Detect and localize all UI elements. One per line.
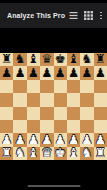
- square-g6[interactable]: [80, 80, 93, 93]
- piece-white-pawn: ♟: [68, 133, 79, 145]
- square-e1[interactable]: ♚: [54, 147, 67, 160]
- square-a3[interactable]: [0, 120, 13, 133]
- app-bar: Analyze This Pro: [0, 3, 107, 28]
- square-c3[interactable]: [27, 120, 40, 133]
- square-f5[interactable]: [67, 93, 80, 106]
- square-b8[interactable]: ♞: [13, 53, 26, 66]
- square-b6[interactable]: [13, 80, 26, 93]
- square-g4[interactable]: [80, 107, 93, 120]
- square-e7[interactable]: ♟: [54, 66, 67, 79]
- square-a1[interactable]: ♜: [0, 147, 13, 160]
- square-c5[interactable]: [27, 93, 40, 106]
- square-b7[interactable]: ♟: [13, 66, 26, 79]
- piece-black-rook: ♜: [1, 53, 12, 65]
- square-d6[interactable]: [40, 80, 53, 93]
- square-f8[interactable]: ♝: [67, 53, 80, 66]
- piece-white-bishop: ♝: [68, 147, 79, 159]
- piece-white-knight: ♞: [14, 147, 25, 159]
- piece-black-king: ♚: [55, 53, 66, 65]
- square-b1[interactable]: ♞: [13, 147, 26, 160]
- piece-black-queen: ♛: [41, 53, 52, 65]
- piece-black-knight: ♞: [81, 53, 92, 65]
- page-title: Analyze This Pro: [0, 12, 69, 19]
- piece-white-pawn: ♟: [1, 133, 12, 145]
- square-d7[interactable]: ♟: [40, 66, 53, 79]
- square-b2[interactable]: ♟: [13, 133, 26, 146]
- chess-board[interactable]: ♜♞♝♛♚♝♞♜♟♟♟♟♟♟♟♟♟♟♟♟♟♟♟♟♜♞♝♛♚♝♞♜: [0, 53, 107, 160]
- piece-black-bishop: ♝: [28, 53, 39, 65]
- piece-white-knight: ♞: [81, 147, 92, 159]
- square-f6[interactable]: [67, 80, 80, 93]
- piece-white-rook: ♜: [1, 147, 12, 159]
- square-g5[interactable]: [80, 93, 93, 106]
- square-a2[interactable]: ♟: [0, 133, 13, 146]
- square-c8[interactable]: ♝: [27, 53, 40, 66]
- piece-white-pawn: ♟: [81, 133, 92, 145]
- square-c2[interactable]: ♟: [27, 133, 40, 146]
- piece-black-pawn: ♟: [41, 66, 52, 78]
- square-g1[interactable]: ♞: [80, 147, 93, 160]
- square-g3[interactable]: [80, 120, 93, 133]
- square-g8[interactable]: ♞: [80, 53, 93, 66]
- gesture-pill[interactable]: [27, 185, 80, 188]
- square-d4[interactable]: [40, 107, 53, 120]
- piece-white-pawn: ♟: [28, 133, 39, 145]
- piece-black-rook: ♜: [95, 53, 106, 65]
- square-h4[interactable]: [94, 107, 107, 120]
- square-f2[interactable]: ♟: [67, 133, 80, 146]
- screen: Analyze This Pro: [0, 0, 107, 190]
- square-h3[interactable]: [94, 120, 107, 133]
- piece-white-bishop: ♝: [28, 147, 39, 159]
- square-f3[interactable]: [67, 120, 80, 133]
- square-d2[interactable]: ♟: [40, 133, 53, 146]
- square-f1[interactable]: ♝: [67, 147, 80, 160]
- piece-white-king: ♚: [55, 147, 66, 159]
- square-e6[interactable]: [54, 80, 67, 93]
- piece-white-pawn: ♟: [14, 133, 25, 145]
- square-e4[interactable]: [54, 107, 67, 120]
- square-h5[interactable]: [94, 93, 107, 106]
- square-h6[interactable]: [94, 80, 107, 93]
- square-h1[interactable]: ♜: [94, 147, 107, 160]
- piece-black-pawn: ♟: [1, 66, 12, 78]
- square-e3[interactable]: [54, 120, 67, 133]
- piece-black-pawn: ♟: [95, 66, 106, 78]
- piece-black-pawn: ♟: [81, 66, 92, 78]
- square-a5[interactable]: [0, 93, 13, 106]
- piece-white-pawn: ♟: [55, 133, 66, 145]
- square-g7[interactable]: ♟: [80, 66, 93, 79]
- overflow-menu-icon[interactable]: [99, 11, 103, 20]
- square-h2[interactable]: ♟: [94, 133, 107, 146]
- piece-white-rook: ♜: [95, 147, 106, 159]
- square-c4[interactable]: [27, 107, 40, 120]
- toolbar-actions: [69, 11, 107, 20]
- square-e8[interactable]: ♚: [54, 53, 67, 66]
- piece-white-pawn: ♟: [95, 133, 106, 145]
- square-f7[interactable]: ♟: [67, 66, 80, 79]
- square-b4[interactable]: [13, 107, 26, 120]
- square-e2[interactable]: ♟: [54, 133, 67, 146]
- square-d1[interactable]: ♛: [40, 147, 53, 160]
- piece-black-pawn: ♟: [14, 66, 25, 78]
- square-a4[interactable]: [0, 107, 13, 120]
- piece-black-pawn: ♟: [55, 66, 66, 78]
- square-f4[interactable]: [67, 107, 80, 120]
- square-a7[interactable]: ♟: [0, 66, 13, 79]
- square-c6[interactable]: [27, 80, 40, 93]
- piece-black-pawn: ♟: [28, 66, 39, 78]
- square-a8[interactable]: ♜: [0, 53, 13, 66]
- piece-black-bishop: ♝: [68, 53, 79, 65]
- square-d5[interactable]: [40, 93, 53, 106]
- piece-black-knight: ♞: [14, 53, 25, 65]
- piece-white-queen: ♛: [41, 147, 52, 159]
- square-b5[interactable]: [13, 93, 26, 106]
- list-icon[interactable]: [69, 11, 78, 20]
- square-a6[interactable]: [0, 80, 13, 93]
- square-c1[interactable]: ♝: [27, 147, 40, 160]
- square-e5[interactable]: [54, 93, 67, 106]
- grid-icon[interactable]: [84, 11, 93, 20]
- square-h7[interactable]: ♟: [94, 66, 107, 79]
- piece-white-pawn: ♟: [41, 133, 52, 145]
- piece-black-pawn: ♟: [68, 66, 79, 78]
- square-h8[interactable]: ♜: [94, 53, 107, 66]
- square-d8[interactable]: ♛: [40, 53, 53, 66]
- square-g2[interactable]: ♟: [80, 133, 93, 146]
- square-b3[interactable]: [13, 120, 26, 133]
- square-d3[interactable]: [40, 120, 53, 133]
- square-c7[interactable]: ♟: [27, 66, 40, 79]
